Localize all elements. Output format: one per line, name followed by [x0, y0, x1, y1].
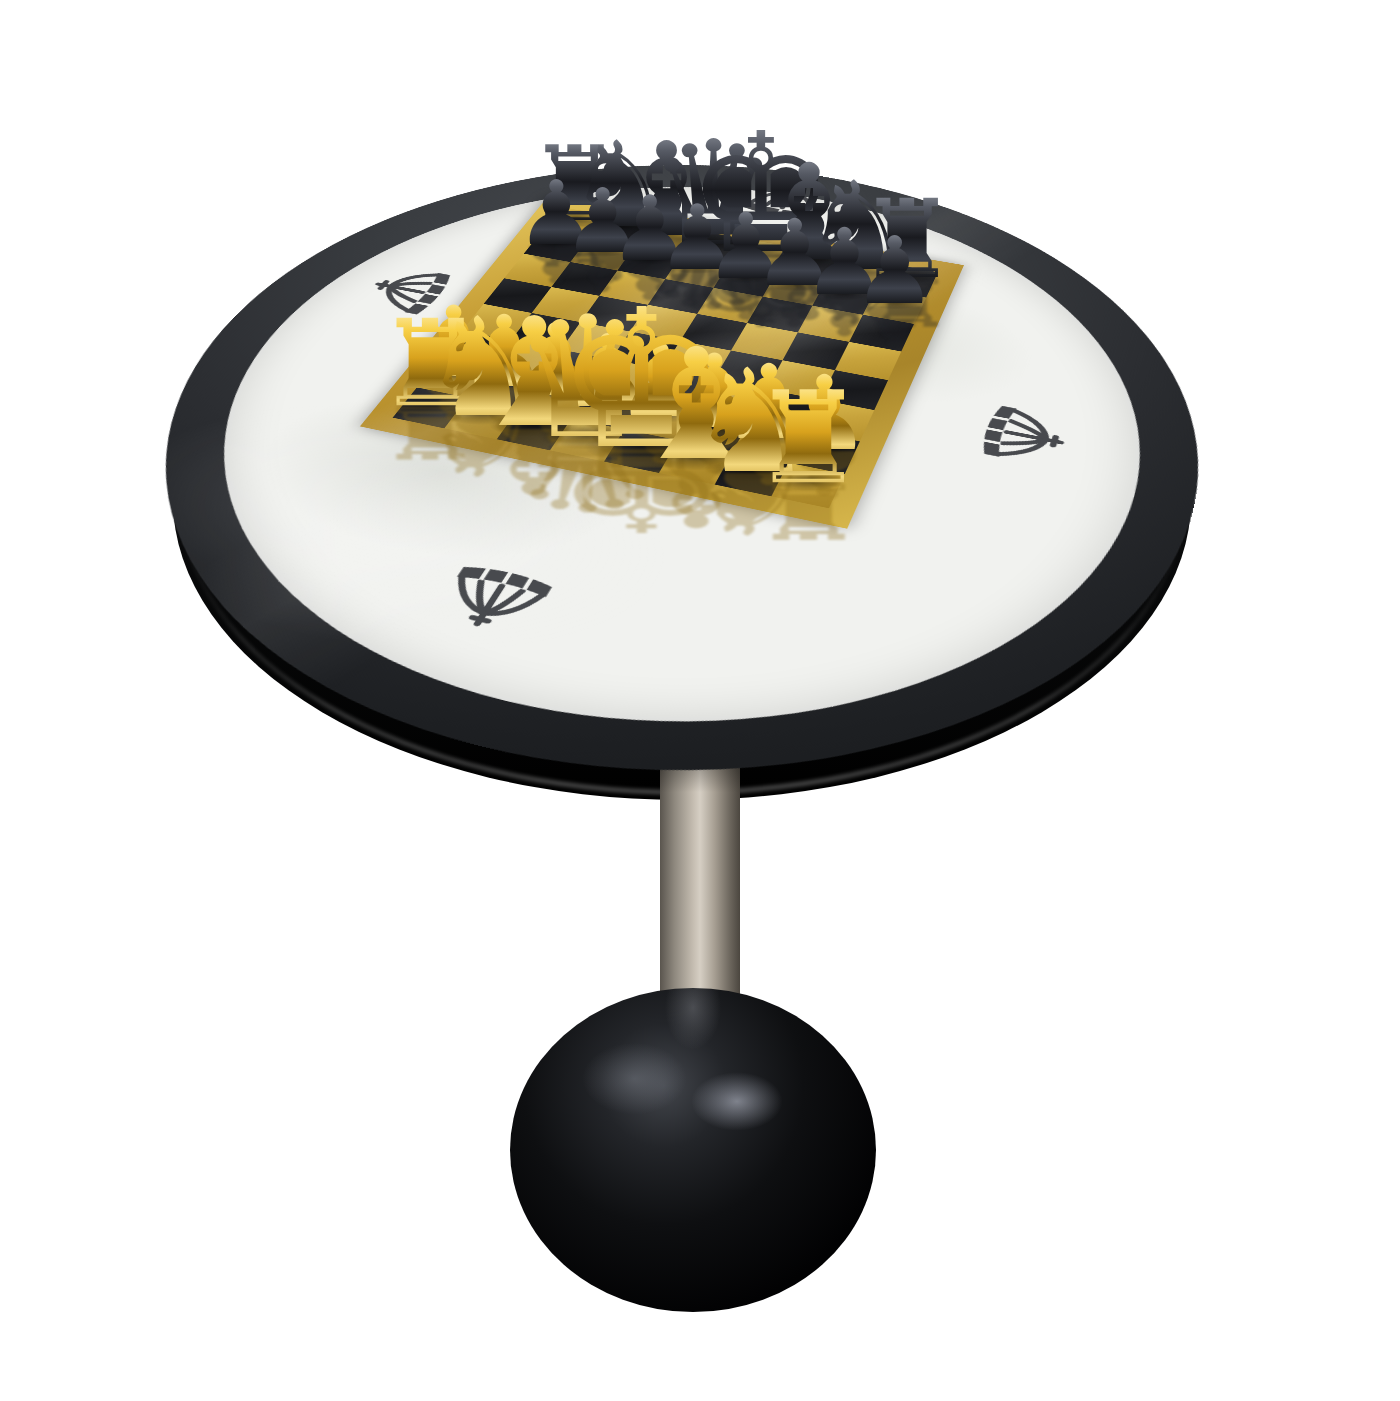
table-scene — [0, 0, 1400, 1401]
chess-table-photo: ♜♜♞♞♝♝♛♛♚♚♝♝♞♞♜♜♟♟♟♟♟♟♟♟♟♟♟♟♟♟♟♟♟♟♟♟♟♟♟♟… — [0, 0, 1400, 1401]
table-top — [0, 113, 1251, 904]
